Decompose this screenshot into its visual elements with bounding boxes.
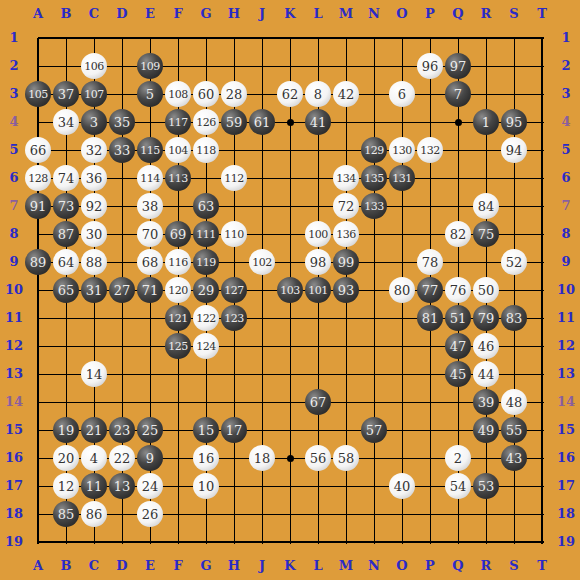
go-board[interactable]: AABBCCDDEEFFGGHHJJKKLLMMNNOOPPQQRRSSTT11… <box>0 0 580 580</box>
stone-black-85[interactable]: 85 <box>53 501 79 527</box>
stone-black-75[interactable]: 75 <box>473 221 499 247</box>
stone-black-49[interactable]: 49 <box>473 417 499 443</box>
stone-black-123[interactable]: 123 <box>221 305 247 331</box>
row-label-right-5: 5 <box>553 142 579 158</box>
stone-black-115[interactable]: 115 <box>137 137 163 163</box>
stone-white-40[interactable]: 40 <box>389 473 415 499</box>
stone-black-109[interactable]: 109 <box>137 53 163 79</box>
row-label-left-9: 9 <box>1 254 27 270</box>
grid-line-horizontal <box>38 402 544 403</box>
stone-black-61[interactable]: 61 <box>249 109 275 135</box>
stone-white-66[interactable]: 66 <box>25 137 51 163</box>
stone-black-37[interactable]: 37 <box>53 81 79 107</box>
stone-black-81[interactable]: 81 <box>417 305 443 331</box>
row-label-left-19: 19 <box>1 534 27 550</box>
row-label-left-1: 1 <box>1 30 27 46</box>
col-label-bottom-S: S <box>501 558 527 574</box>
grid-line-horizontal <box>38 541 544 543</box>
col-label-top-T: T <box>529 6 555 22</box>
row-label-left-6: 6 <box>1 170 27 186</box>
col-label-top-O: O <box>389 6 415 22</box>
grid-line-vertical <box>374 38 375 544</box>
col-label-top-J: J <box>249 6 275 22</box>
grid-line-vertical <box>37 38 39 544</box>
stone-white-122[interactable]: 122 <box>193 305 219 331</box>
stone-white-136[interactable]: 136 <box>333 221 359 247</box>
col-label-top-Q: Q <box>445 6 471 22</box>
col-label-top-G: G <box>193 6 219 22</box>
star-point <box>287 455 294 462</box>
row-label-right-8: 8 <box>553 226 579 242</box>
col-label-top-D: D <box>109 6 135 22</box>
row-label-right-14: 14 <box>553 394 579 410</box>
row-label-left-14: 14 <box>1 394 27 410</box>
stone-white-134[interactable]: 134 <box>333 165 359 191</box>
stone-white-102[interactable]: 102 <box>249 249 275 275</box>
stone-white-104[interactable]: 104 <box>165 137 191 163</box>
stone-white-94[interactable]: 94 <box>501 137 527 163</box>
stone-black-93[interactable]: 93 <box>333 277 359 303</box>
grid-line-horizontal <box>38 37 544 39</box>
row-label-left-4: 4 <box>1 114 27 130</box>
row-label-right-13: 13 <box>553 366 579 382</box>
col-label-top-E: E <box>137 6 163 22</box>
col-label-top-A: A <box>25 6 51 22</box>
row-label-left-15: 15 <box>1 422 27 438</box>
col-label-bottom-O: O <box>389 558 415 574</box>
stone-black-27[interactable]: 27 <box>109 277 135 303</box>
stone-black-43[interactable]: 43 <box>501 445 527 471</box>
stone-white-54[interactable]: 54 <box>445 473 471 499</box>
row-label-right-19: 19 <box>553 534 579 550</box>
col-label-bottom-Q: Q <box>445 558 471 574</box>
stone-black-47[interactable]: 47 <box>445 333 471 359</box>
stone-black-11[interactable]: 11 <box>81 473 107 499</box>
stone-white-100[interactable]: 100 <box>305 221 331 247</box>
stone-white-78[interactable]: 78 <box>417 249 443 275</box>
col-label-bottom-F: F <box>165 558 191 574</box>
stone-white-8[interactable]: 8 <box>305 81 331 107</box>
col-label-top-R: R <box>473 6 499 22</box>
stone-white-28[interactable]: 28 <box>221 81 247 107</box>
stone-black-135[interactable]: 135 <box>361 165 387 191</box>
stone-white-58[interactable]: 58 <box>333 445 359 471</box>
stone-white-32[interactable]: 32 <box>81 137 107 163</box>
stone-black-45[interactable]: 45 <box>445 361 471 387</box>
stone-black-35[interactable]: 35 <box>109 109 135 135</box>
col-label-top-S: S <box>501 6 527 22</box>
stone-white-6[interactable]: 6 <box>389 81 415 107</box>
stone-white-44[interactable]: 44 <box>473 361 499 387</box>
stone-black-117[interactable]: 117 <box>165 109 191 135</box>
row-label-right-12: 12 <box>553 338 579 354</box>
stone-white-70[interactable]: 70 <box>137 221 163 247</box>
row-label-right-9: 9 <box>553 254 579 270</box>
row-label-left-5: 5 <box>1 142 27 158</box>
col-label-top-H: H <box>221 6 247 22</box>
stone-white-38[interactable]: 38 <box>137 193 163 219</box>
stone-black-59[interactable]: 59 <box>221 109 247 135</box>
stone-black-73[interactable]: 73 <box>53 193 79 219</box>
grid-line-horizontal <box>38 178 544 179</box>
col-label-bottom-G: G <box>193 558 219 574</box>
row-label-right-17: 17 <box>553 478 579 494</box>
col-label-top-L: L <box>305 6 331 22</box>
row-label-right-18: 18 <box>553 506 579 522</box>
col-label-bottom-C: C <box>81 558 107 574</box>
stone-black-63[interactable]: 63 <box>193 193 219 219</box>
stone-black-127[interactable]: 127 <box>221 277 247 303</box>
stone-white-126[interactable]: 126 <box>193 109 219 135</box>
stone-black-5[interactable]: 5 <box>137 81 163 107</box>
stone-black-125[interactable]: 125 <box>165 333 191 359</box>
stone-black-121[interactable]: 121 <box>165 305 191 331</box>
stone-white-64[interactable]: 64 <box>53 249 79 275</box>
stone-black-55[interactable]: 55 <box>501 417 527 443</box>
stone-black-3[interactable]: 3 <box>81 109 107 135</box>
stone-white-62[interactable]: 62 <box>277 81 303 107</box>
stone-white-48[interactable]: 48 <box>501 389 527 415</box>
stone-black-107[interactable]: 107 <box>81 81 107 107</box>
stone-black-79[interactable]: 79 <box>473 305 499 331</box>
stone-white-132[interactable]: 132 <box>417 137 443 163</box>
stone-white-60[interactable]: 60 <box>193 81 219 107</box>
stone-white-84[interactable]: 84 <box>473 193 499 219</box>
stone-white-50[interactable]: 50 <box>473 277 499 303</box>
stone-black-97[interactable]: 97 <box>445 53 471 79</box>
stone-black-111[interactable]: 111 <box>193 221 219 247</box>
stone-white-112[interactable]: 112 <box>221 165 247 191</box>
stone-white-34[interactable]: 34 <box>53 109 79 135</box>
stone-white-108[interactable]: 108 <box>165 81 191 107</box>
col-label-bottom-E: E <box>137 558 163 574</box>
star-point <box>287 119 294 126</box>
stone-black-15[interactable]: 15 <box>193 417 219 443</box>
col-label-top-M: M <box>333 6 359 22</box>
row-label-left-8: 8 <box>1 226 27 242</box>
row-label-left-12: 12 <box>1 338 27 354</box>
col-label-bottom-J: J <box>249 558 275 574</box>
stone-black-89[interactable]: 89 <box>25 249 51 275</box>
grid-line-horizontal <box>38 514 544 515</box>
stone-white-30[interactable]: 30 <box>81 221 107 247</box>
stone-white-4[interactable]: 4 <box>81 445 107 471</box>
row-label-left-2: 2 <box>1 58 27 74</box>
stone-black-1[interactable]: 1 <box>473 109 499 135</box>
star-point <box>455 119 462 126</box>
col-label-bottom-A: A <box>25 558 51 574</box>
col-label-bottom-T: T <box>529 558 555 574</box>
stone-white-18[interactable]: 18 <box>249 445 275 471</box>
col-label-top-B: B <box>53 6 79 22</box>
col-label-top-N: N <box>361 6 387 22</box>
stone-black-101[interactable]: 101 <box>305 277 331 303</box>
col-label-top-C: C <box>81 6 107 22</box>
stone-black-25[interactable]: 25 <box>137 417 163 443</box>
stone-black-91[interactable]: 91 <box>25 193 51 219</box>
stone-white-120[interactable]: 120 <box>165 277 191 303</box>
stone-black-21[interactable]: 21 <box>81 417 107 443</box>
col-label-top-K: K <box>277 6 303 22</box>
row-label-right-11: 11 <box>553 310 579 326</box>
stone-black-67[interactable]: 67 <box>305 389 331 415</box>
col-label-bottom-N: N <box>361 558 387 574</box>
stone-white-72[interactable]: 72 <box>333 193 359 219</box>
stone-white-56[interactable]: 56 <box>305 445 331 471</box>
row-label-right-2: 2 <box>553 58 579 74</box>
row-label-right-7: 7 <box>553 198 579 214</box>
row-label-left-10: 10 <box>1 282 27 298</box>
stone-white-52[interactable]: 52 <box>501 249 527 275</box>
col-label-bottom-M: M <box>333 558 359 574</box>
stone-white-114[interactable]: 114 <box>137 165 163 191</box>
col-label-bottom-B: B <box>53 558 79 574</box>
stone-white-74[interactable]: 74 <box>53 165 79 191</box>
col-label-bottom-H: H <box>221 558 247 574</box>
stone-white-110[interactable]: 110 <box>221 221 247 247</box>
stone-white-128[interactable]: 128 <box>25 165 51 191</box>
stone-black-13[interactable]: 13 <box>109 473 135 499</box>
stone-white-118[interactable]: 118 <box>193 137 219 163</box>
row-label-left-13: 13 <box>1 366 27 382</box>
stone-white-106[interactable]: 106 <box>81 53 107 79</box>
stone-black-51[interactable]: 51 <box>445 305 471 331</box>
grid-line-horizontal <box>38 206 544 207</box>
stone-black-33[interactable]: 33 <box>109 137 135 163</box>
stone-black-17[interactable]: 17 <box>221 417 247 443</box>
stone-white-124[interactable]: 124 <box>193 333 219 359</box>
stone-white-46[interactable]: 46 <box>473 333 499 359</box>
stone-black-99[interactable]: 99 <box>333 249 359 275</box>
stone-black-53[interactable]: 53 <box>473 473 499 499</box>
stone-white-42[interactable]: 42 <box>333 81 359 107</box>
col-label-bottom-D: D <box>109 558 135 574</box>
stone-white-22[interactable]: 22 <box>109 445 135 471</box>
stone-white-2[interactable]: 2 <box>445 445 471 471</box>
row-label-left-11: 11 <box>1 310 27 326</box>
stone-white-92[interactable]: 92 <box>81 193 107 219</box>
stone-black-57[interactable]: 57 <box>361 417 387 443</box>
stone-black-105[interactable]: 105 <box>25 81 51 107</box>
col-label-bottom-R: R <box>473 558 499 574</box>
grid-line-horizontal <box>38 262 544 263</box>
stone-white-96[interactable]: 96 <box>417 53 443 79</box>
grid-line-vertical <box>541 38 543 544</box>
row-label-left-16: 16 <box>1 450 27 466</box>
col-label-bottom-P: P <box>417 558 443 574</box>
stone-black-39[interactable]: 39 <box>473 389 499 415</box>
stone-black-131[interactable]: 131 <box>389 165 415 191</box>
stone-white-36[interactable]: 36 <box>81 165 107 191</box>
stone-black-129[interactable]: 129 <box>361 137 387 163</box>
row-label-left-18: 18 <box>1 506 27 522</box>
stone-black-7[interactable]: 7 <box>445 81 471 107</box>
stone-white-26[interactable]: 26 <box>137 501 163 527</box>
stone-black-133[interactable]: 133 <box>361 193 387 219</box>
col-label-top-F: F <box>165 6 191 22</box>
stone-white-116[interactable]: 116 <box>165 249 191 275</box>
row-label-right-4: 4 <box>553 114 579 130</box>
stone-white-86[interactable]: 86 <box>81 501 107 527</box>
stone-black-65[interactable]: 65 <box>53 277 79 303</box>
row-label-left-7: 7 <box>1 198 27 214</box>
stone-white-10[interactable]: 10 <box>193 473 219 499</box>
stone-black-77[interactable]: 77 <box>417 277 443 303</box>
stone-black-119[interactable]: 119 <box>193 249 219 275</box>
stone-black-9[interactable]: 9 <box>137 445 163 471</box>
stone-white-12[interactable]: 12 <box>53 473 79 499</box>
stone-white-82[interactable]: 82 <box>445 221 471 247</box>
stone-black-87[interactable]: 87 <box>53 221 79 247</box>
row-label-left-3: 3 <box>1 86 27 102</box>
stone-black-103[interactable]: 103 <box>277 277 303 303</box>
row-label-left-17: 17 <box>1 478 27 494</box>
stone-black-23[interactable]: 23 <box>109 417 135 443</box>
row-label-right-10: 10 <box>553 282 579 298</box>
row-label-right-3: 3 <box>553 86 579 102</box>
stone-black-95[interactable]: 95 <box>501 109 527 135</box>
stone-white-14[interactable]: 14 <box>81 361 107 387</box>
stone-black-71[interactable]: 71 <box>137 277 163 303</box>
row-label-right-6: 6 <box>553 170 579 186</box>
stone-black-69[interactable]: 69 <box>165 221 191 247</box>
stone-white-24[interactable]: 24 <box>137 473 163 499</box>
col-label-bottom-K: K <box>277 558 303 574</box>
stone-white-98[interactable]: 98 <box>305 249 331 275</box>
stone-black-31[interactable]: 31 <box>81 277 107 303</box>
stone-black-41[interactable]: 41 <box>305 109 331 135</box>
stone-white-88[interactable]: 88 <box>81 249 107 275</box>
stone-black-19[interactable]: 19 <box>53 417 79 443</box>
stone-white-20[interactable]: 20 <box>53 445 79 471</box>
stone-white-16[interactable]: 16 <box>193 445 219 471</box>
row-label-right-15: 15 <box>553 422 579 438</box>
stone-black-29[interactable]: 29 <box>193 277 219 303</box>
col-label-bottom-L: L <box>305 558 331 574</box>
stone-black-113[interactable]: 113 <box>165 165 191 191</box>
row-label-right-1: 1 <box>553 30 579 46</box>
stone-white-68[interactable]: 68 <box>137 249 163 275</box>
stone-black-83[interactable]: 83 <box>501 305 527 331</box>
stone-white-76[interactable]: 76 <box>445 277 471 303</box>
stone-white-130[interactable]: 130 <box>389 137 415 163</box>
col-label-top-P: P <box>417 6 443 22</box>
stone-white-80[interactable]: 80 <box>389 277 415 303</box>
row-label-right-16: 16 <box>553 450 579 466</box>
